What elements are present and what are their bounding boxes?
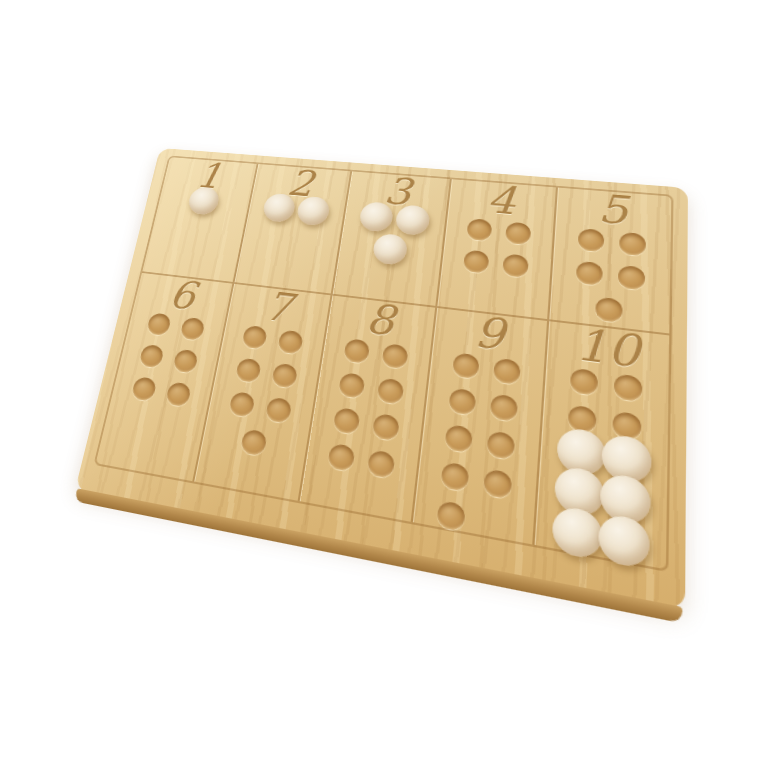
empty-hole[interactable] [486,430,515,460]
hole-row [343,338,409,369]
hole-row [191,194,216,215]
empty-hole[interactable] [327,443,355,472]
empty-hole[interactable] [483,468,512,499]
dimple-pit [271,363,298,389]
engraved-number-10: 10 [575,324,640,370]
dimple-pit [377,378,405,405]
empty-hole[interactable] [271,363,298,389]
hole-row [440,461,512,499]
engraved-number-2: 2 [286,167,316,199]
hole-row [241,325,303,355]
hole-with-ball[interactable] [300,203,325,225]
dimple-pit [165,381,192,407]
empty-hole[interactable] [619,232,646,257]
empty-hole[interactable] [165,381,192,407]
wooden-ball[interactable] [372,233,409,266]
holes-group-5 [574,228,646,325]
hole-row [576,261,646,291]
engraved-number-8: 8 [364,300,397,338]
hole-row [146,312,206,341]
cell-10: 10 [535,321,670,569]
dimple-pit [372,413,400,441]
dimple-pit [490,393,519,422]
dimple-pit [618,265,646,290]
empty-hole[interactable] [241,325,267,350]
empty-hole[interactable] [367,449,396,478]
dimple-pit [502,253,529,277]
dimple-pit [228,391,255,418]
dimple-pit [172,349,198,374]
engraved-number-9: 9 [473,313,506,353]
cell-5: 5 [549,188,671,336]
hole-with-ball[interactable] [266,200,291,222]
product-photo-scene: 12345678910 [0,0,768,768]
hole-row [235,357,298,388]
empty-hole[interactable] [502,253,529,277]
dimple-pit [619,232,646,257]
hole-with-ball[interactable] [191,194,216,215]
empty-hole[interactable] [372,413,400,441]
hole-row [240,429,268,457]
dimple-pit [338,372,366,399]
hole-row [363,209,425,235]
dimple-pit [448,388,476,416]
hole-with-ball[interactable] [561,522,592,555]
empty-hole[interactable] [180,317,206,341]
dimple-pit [241,325,267,350]
empty-hole[interactable] [444,424,473,453]
holes-group-1 [191,194,216,215]
empty-hole[interactable] [381,343,408,369]
hole-row [333,407,400,441]
empty-hole[interactable] [436,500,466,531]
empty-hole[interactable] [570,368,599,396]
empty-hole[interactable] [338,372,366,399]
empty-hole[interactable] [448,388,476,416]
dimple-pit [444,424,473,453]
hole-with-ball[interactable] [363,209,389,231]
empty-hole[interactable] [466,218,492,241]
empty-hole[interactable] [343,338,370,364]
empty-hole[interactable] [146,312,172,336]
dimple-pit [614,373,643,402]
engraved-number-5: 5 [597,191,629,227]
empty-hole[interactable] [139,344,165,369]
empty-hole[interactable] [452,352,480,379]
dimple-pit [436,500,466,531]
cell-9: 9 [413,308,549,545]
hole-row [466,218,531,245]
hole-row [266,200,325,225]
empty-hole[interactable] [595,297,623,323]
dimple-pit [381,343,408,369]
empty-hole[interactable] [440,461,469,491]
hole-row [436,500,509,540]
dimple-pit [595,297,623,323]
dimple-pit [576,261,603,286]
dimple-pit [235,357,262,383]
dimple-pit [139,344,165,369]
cell-4: 4 [437,179,558,321]
empty-hole[interactable] [377,378,405,405]
empty-hole[interactable] [240,429,268,457]
dimple-pit [265,397,293,424]
counting-board: 12345678910 [75,148,688,610]
empty-hole[interactable] [172,349,198,374]
dimple-pit [463,250,490,274]
hole-row [595,297,623,323]
dimple-pit [483,468,512,499]
holes-group-8 [327,338,409,479]
empty-hole[interactable] [576,261,603,286]
holes-group-6 [131,312,206,407]
wooden-ball[interactable] [598,512,651,569]
hole-with-ball[interactable] [399,212,425,235]
hole-row [139,344,199,374]
empty-hole[interactable] [493,358,521,385]
empty-hole[interactable] [333,407,361,435]
engraved-number-6: 6 [167,277,199,313]
hole-row [377,241,403,264]
hole-row [578,228,647,256]
dimple-pit [343,338,370,364]
dimple-pit [277,329,304,354]
hole-row [228,391,292,424]
dimple-pit [466,218,492,241]
dimple-pit [505,222,532,246]
hole-row [463,250,529,278]
holes-group-10 [561,368,643,564]
dimple-pit [452,352,480,379]
dimple-pit [570,368,599,396]
hole-row [327,443,395,479]
dimple-pit [240,429,268,457]
empty-hole[interactable] [463,250,490,274]
dimple-pit [440,461,469,491]
empty-hole[interactable] [235,357,262,383]
holes-group-9 [436,352,521,540]
dimple-pit [578,228,605,252]
hole-row [131,376,192,407]
holes-group-2 [266,200,325,225]
empty-hole[interactable] [505,222,532,246]
hole-with-ball[interactable] [377,241,403,264]
empty-hole[interactable] [277,329,304,354]
hole-row [448,388,518,422]
dimple-pit [180,317,206,341]
empty-hole[interactable] [131,376,158,402]
hole-row [452,352,521,385]
dimple-pit [367,449,396,478]
holes-group-3 [358,209,425,266]
engraved-number-1: 1 [194,160,224,191]
hole-row [561,522,638,564]
dimple-pit [493,358,521,385]
dimple-pit [327,443,355,472]
holes-group-4 [463,218,532,278]
empty-hole[interactable] [265,397,293,424]
dimple-pit [333,407,361,435]
cell-3: 3 [332,171,451,308]
empty-hole[interactable] [490,393,519,422]
engraved-number-4: 4 [486,182,517,217]
empty-hole[interactable] [618,265,646,290]
empty-hole[interactable] [614,373,643,402]
engraved-number-7: 7 [262,288,294,325]
dimple-pit [146,312,172,336]
hole-row [444,424,515,460]
empty-hole[interactable] [228,391,255,418]
dimple-pit [131,376,158,402]
hole-row [338,372,404,405]
engraved-number-3: 3 [383,174,414,208]
holes-group-7 [222,325,304,460]
empty-hole[interactable] [578,228,605,252]
dimple-pit [486,430,515,460]
hole-with-ball[interactable] [608,530,639,564]
